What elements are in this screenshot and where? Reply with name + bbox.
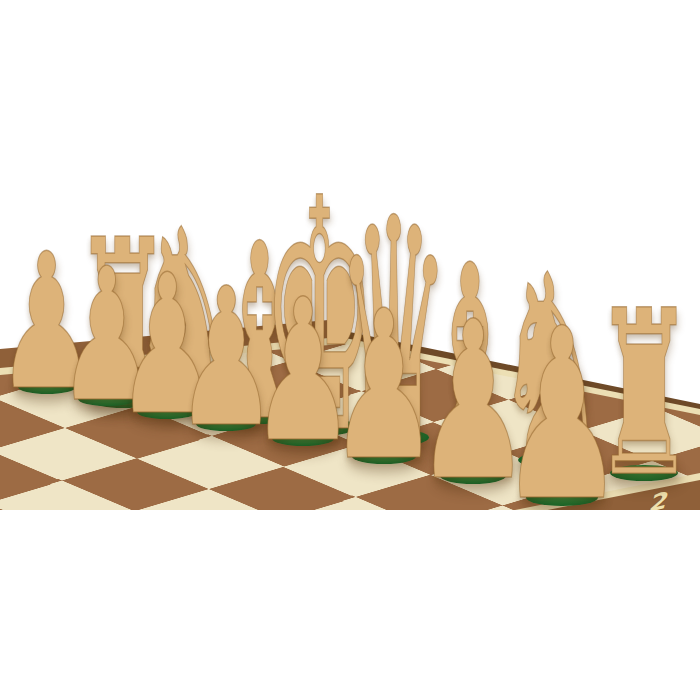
felt-pad [137,405,197,419]
pawn-glyph: ♟ [109,249,225,442]
chess-set-photo: 2 ♜♞♝♚♛♝♞♜♟♟♟♟♟♟♟♟ [0,0,700,700]
pawn-glyph: ♟ [491,298,633,510]
felt-pad [196,417,256,431]
pawn-glyph: ♟ [0,229,103,416]
felt-pad [357,429,429,446]
piece-pawn: ♟ [0,0,700,510]
knight-glyph: ♞ [123,197,247,445]
piece-bishop: ♝ [0,0,700,510]
felt-pad [518,452,586,468]
queen-glyph: ♛ [328,178,458,487]
bishop-glyph: ♝ [412,232,527,488]
king-glyph: ♚ [255,157,383,478]
photo-area: 2 ♜♞♝♚♛♝♞♜♟♟♟♟♟♟♟♟ [0,0,700,510]
piece-king: ♚ [0,0,700,510]
felt-pad [78,392,136,406]
felt-pad [440,468,506,484]
rook-glyph: ♜ [587,280,700,508]
piece-pawn: ♟ [0,0,700,510]
piece-pawn: ♟ [0,0,700,510]
piece-pawn: ♟ [0,0,700,510]
piece-pawn: ♟ [0,0,700,510]
pieces-layer: ♜♞♝♚♛♝♞♜♟♟♟♟♟♟♟♟ [0,0,700,510]
felt-pad [352,449,416,464]
pawn-glyph: ♟ [408,292,539,510]
felt-pad [282,418,356,436]
pawn-glyph: ♟ [322,283,445,488]
knight-glyph: ♞ [487,241,617,500]
piece-rook: ♜ [0,0,700,510]
piece-knight: ♞ [0,0,700,510]
piece-queen: ♛ [0,0,700,510]
felt-pad [437,440,503,456]
pawn-glyph: ♟ [52,244,162,428]
piece-bishop: ♝ [0,0,700,510]
pawn-glyph: ♟ [244,273,362,469]
felt-pad [153,399,217,414]
piece-rook: ♜ [0,0,700,510]
piece-pawn: ♟ [0,0,700,510]
bishop-glyph: ♝ [204,212,313,455]
felt-pad [18,380,76,394]
rook-glyph: ♜ [67,211,179,434]
felt-pad [272,431,334,446]
felt-pad [90,392,156,408]
piece-pawn: ♟ [0,0,700,510]
piece-knight: ♞ [0,0,700,510]
felt-pad [526,489,598,506]
felt-pad [228,409,290,424]
pawn-glyph: ♟ [169,263,284,454]
felt-pad [610,465,678,481]
piece-pawn: ♟ [0,0,700,510]
